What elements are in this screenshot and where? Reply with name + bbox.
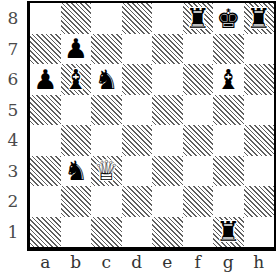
square-h5[interactable] bbox=[244, 95, 275, 126]
rank-label-7: 7 bbox=[0, 34, 26, 65]
square-h4[interactable] bbox=[244, 125, 275, 156]
file-label-g: g bbox=[213, 252, 244, 278]
square-d5[interactable] bbox=[122, 95, 153, 126]
square-d2[interactable] bbox=[122, 186, 153, 217]
square-c2[interactable] bbox=[91, 186, 122, 217]
square-g6[interactable]: ♝ bbox=[213, 64, 244, 95]
square-g1[interactable]: ♜ bbox=[213, 217, 244, 248]
square-e1[interactable] bbox=[152, 217, 183, 248]
square-f8[interactable]: ♜ bbox=[183, 3, 214, 34]
square-g3[interactable] bbox=[213, 156, 244, 187]
file-label-c: c bbox=[91, 252, 122, 278]
square-f4[interactable] bbox=[183, 125, 214, 156]
square-c1[interactable] bbox=[91, 217, 122, 248]
square-g5[interactable] bbox=[213, 95, 244, 126]
square-b6[interactable]: ♝ bbox=[61, 64, 92, 95]
rank-label-1: 1 bbox=[0, 217, 26, 248]
black-rook[interactable]: ♜ bbox=[216, 218, 240, 245]
square-h8[interactable]: ♜ bbox=[244, 3, 275, 34]
rank-label-5: 5 bbox=[0, 95, 26, 126]
square-c4[interactable] bbox=[91, 125, 122, 156]
file-label-d: d bbox=[122, 252, 153, 278]
file-labels: abcdefgh bbox=[30, 252, 274, 278]
square-b5[interactable] bbox=[61, 95, 92, 126]
square-h6[interactable] bbox=[244, 64, 275, 95]
square-e6[interactable] bbox=[152, 64, 183, 95]
file-label-e: e bbox=[152, 252, 183, 278]
rank-label-4: 4 bbox=[0, 125, 26, 156]
square-b4[interactable] bbox=[61, 125, 92, 156]
square-b1[interactable] bbox=[61, 217, 92, 248]
square-h3[interactable] bbox=[244, 156, 275, 187]
square-e3[interactable] bbox=[152, 156, 183, 187]
file-label-b: b bbox=[61, 252, 92, 278]
rank-label-6: 6 bbox=[0, 64, 26, 95]
square-d7[interactable] bbox=[122, 34, 153, 65]
square-e7[interactable] bbox=[152, 34, 183, 65]
square-a4[interactable] bbox=[30, 125, 61, 156]
black-bishop[interactable]: ♝ bbox=[64, 66, 88, 93]
chess-diagram: 87654321 ♜♚♜♟♟♝♞♝♞♕♜ abcdefgh bbox=[0, 0, 279, 279]
square-b7[interactable]: ♟ bbox=[61, 34, 92, 65]
black-pawn[interactable]: ♟ bbox=[33, 66, 57, 93]
square-a6[interactable]: ♟ bbox=[30, 64, 61, 95]
square-g2[interactable] bbox=[213, 186, 244, 217]
square-f5[interactable] bbox=[183, 95, 214, 126]
square-b3[interactable]: ♞ bbox=[61, 156, 92, 187]
square-h2[interactable] bbox=[244, 186, 275, 217]
square-e8[interactable] bbox=[152, 3, 183, 34]
square-e2[interactable] bbox=[152, 186, 183, 217]
square-a2[interactable] bbox=[30, 186, 61, 217]
square-a1[interactable] bbox=[30, 217, 61, 248]
square-d3[interactable] bbox=[122, 156, 153, 187]
black-knight[interactable]: ♞ bbox=[94, 66, 118, 93]
rank-label-2: 2 bbox=[0, 186, 26, 217]
black-bishop[interactable]: ♝ bbox=[216, 66, 240, 93]
square-h7[interactable] bbox=[244, 34, 275, 65]
black-rook[interactable]: ♜ bbox=[186, 5, 210, 32]
square-d4[interactable] bbox=[122, 125, 153, 156]
square-e5[interactable] bbox=[152, 95, 183, 126]
square-d6[interactable] bbox=[122, 64, 153, 95]
chess-board: ♜♚♜♟♟♝♞♝♞♕♜ bbox=[27, 1, 276, 251]
black-rook[interactable]: ♜ bbox=[247, 5, 271, 32]
square-a5[interactable] bbox=[30, 95, 61, 126]
square-f3[interactable] bbox=[183, 156, 214, 187]
square-c5[interactable] bbox=[91, 95, 122, 126]
square-g4[interactable] bbox=[213, 125, 244, 156]
black-knight[interactable]: ♞ bbox=[64, 157, 88, 184]
square-e4[interactable] bbox=[152, 125, 183, 156]
file-label-h: h bbox=[244, 252, 275, 278]
square-b2[interactable] bbox=[61, 186, 92, 217]
square-g8[interactable]: ♚ bbox=[213, 3, 244, 34]
square-f7[interactable] bbox=[183, 34, 214, 65]
square-c7[interactable] bbox=[91, 34, 122, 65]
square-d8[interactable] bbox=[122, 3, 153, 34]
rank-label-3: 3 bbox=[0, 156, 26, 187]
rank-labels: 87654321 bbox=[0, 3, 26, 247]
square-c3[interactable]: ♕ bbox=[91, 156, 122, 187]
rank-label-8: 8 bbox=[0, 3, 26, 34]
black-king[interactable]: ♚ bbox=[216, 5, 240, 32]
square-h1[interactable] bbox=[244, 217, 275, 248]
black-pawn[interactable]: ♟ bbox=[64, 35, 88, 62]
square-c8[interactable] bbox=[91, 3, 122, 34]
square-c6[interactable]: ♞ bbox=[91, 64, 122, 95]
square-b8[interactable] bbox=[61, 3, 92, 34]
square-d1[interactable] bbox=[122, 217, 153, 248]
square-f6[interactable] bbox=[183, 64, 214, 95]
square-g7[interactable] bbox=[213, 34, 244, 65]
square-f2[interactable] bbox=[183, 186, 214, 217]
square-a8[interactable] bbox=[30, 3, 61, 34]
file-label-f: f bbox=[183, 252, 214, 278]
white-queen[interactable]: ♕ bbox=[94, 157, 118, 184]
square-f1[interactable] bbox=[183, 217, 214, 248]
square-a7[interactable] bbox=[30, 34, 61, 65]
square-a3[interactable] bbox=[30, 156, 61, 187]
file-label-a: a bbox=[30, 252, 61, 278]
